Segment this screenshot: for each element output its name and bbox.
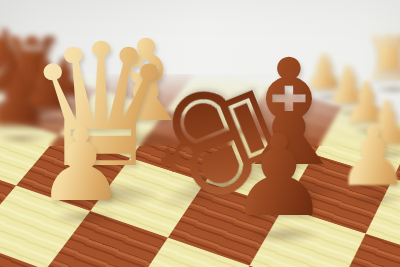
light-pawn-right: ♟ — [336, 118, 400, 196]
light-pawn-icon: ♟ — [36, 118, 126, 213]
chess-photo-scene: ♞♜♟♟♟♟♛♝♟♚♝♟♟♜♟♟♟♟ — [0, 0, 400, 267]
pieces-layer: ♞♜♟♟♟♟♛♝♟♚♝♟♟♜♟♟♟♟ — [0, 0, 400, 267]
dark-pawn-front: ♟ — [228, 123, 329, 230]
dark-pawn-icon: ♟ — [228, 123, 329, 230]
light-pawn-front: ♟ — [36, 118, 126, 213]
light-pawn-icon: ♟ — [336, 118, 400, 196]
